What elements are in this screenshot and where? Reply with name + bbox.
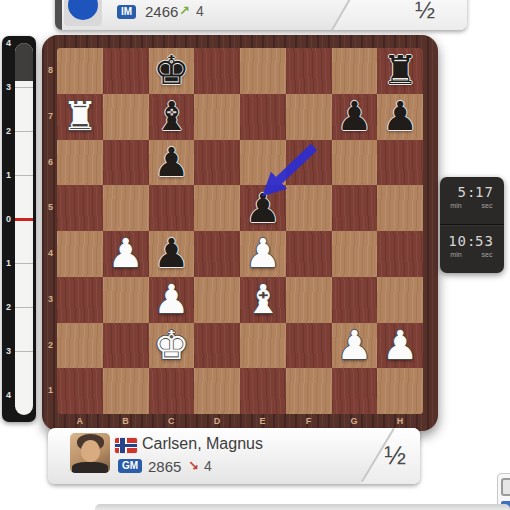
eval-label-5: 1 [3,258,14,268]
black-rook[interactable]: ♜ [382,48,418,93]
min-label: min [444,251,468,258]
square-e4[interactable]: ♟ [240,231,286,277]
norway-flag-icon [115,438,137,453]
square-a1[interactable] [57,368,103,414]
square-a2[interactable] [57,323,103,369]
white-pawn[interactable]: ♟ [382,323,418,368]
clock-top-seconds: 17 [473,184,501,200]
square-g7[interactable]: ♟ [332,94,378,140]
top-player-rating: 2466 [145,3,178,20]
square-b5[interactable] [103,185,149,231]
square-a5[interactable] [57,185,103,231]
square-g5[interactable] [332,185,378,231]
top-player-rating-change: 4 [196,3,204,19]
bottom-player-name: Carlsen, Magnus [142,435,263,453]
square-g6[interactable] [332,140,378,186]
square-b3[interactable] [103,277,149,323]
file-label-g: G [332,416,378,428]
square-a7[interactable]: ♜ [57,94,103,140]
square-h4[interactable] [377,231,423,277]
square-c3[interactable]: ♟ [149,277,195,323]
square-e6[interactable] [240,140,286,186]
file-label-e: E [240,416,286,428]
file-label-f: F [286,416,332,428]
white-bishop[interactable]: ♝ [245,277,281,322]
file-label-b: B [103,416,149,428]
black-pawn[interactable]: ♟ [153,231,189,276]
top-score-section [331,0,467,30]
top-player-card: IM 2466 ↗ 4 ½ [55,0,467,30]
eval-black-segment [15,43,33,81]
sec-label: sec [474,202,500,209]
square-a3[interactable] [57,277,103,323]
avatar-face [81,440,100,462]
square-g8[interactable] [332,48,378,94]
rating-down-icon: ↘ [188,458,199,473]
game-clock: 5 : 17 min sec 10 : 53 min sec [440,177,504,273]
chess-board: ♚♜♜♝♟♟♟♟♟♟♟♟♝♚♟♟ 87654321 ABCDEFGH [42,35,438,431]
square-c8[interactable]: ♚ [149,48,195,94]
black-bishop[interactable]: ♝ [153,94,189,139]
black-pawn[interactable]: ♟ [153,140,189,185]
rank-label-6: 6 [45,157,56,167]
next-card-edge [95,504,510,510]
eval-tick [15,263,33,264]
top-player-title-badge: IM [117,5,136,19]
eval-marker [15,218,33,221]
square-e1[interactable] [240,368,286,414]
square-d7[interactable] [194,94,240,140]
eval-label-3: 1 [3,170,14,180]
square-c2[interactable]: ♚ [149,323,195,369]
square-f7[interactable] [286,94,332,140]
square-a4[interactable] [57,231,103,277]
eval-label-4: 0 [3,214,14,224]
square-f3[interactable] [286,277,332,323]
eval-tick [15,351,33,352]
square-h6[interactable] [377,140,423,186]
square-b6[interactable] [103,140,149,186]
square-c4[interactable]: ♟ [149,231,195,277]
square-h8[interactable]: ♜ [377,48,423,94]
eval-tick [15,175,33,176]
square-f1[interactable] [286,368,332,414]
min-label: min [444,202,468,209]
black-pawn[interactable]: ♟ [382,94,418,139]
black-king[interactable]: ♚ [153,48,189,93]
square-e5[interactable]: ♟ [240,185,286,231]
eval-label-7: 3 [3,346,14,356]
square-b4[interactable]: ♟ [103,231,149,277]
clock-top: 5 : 17 min sec [440,177,504,225]
square-d2[interactable] [194,323,240,369]
toolbar-button[interactable] [501,478,510,496]
square-b1[interactable] [103,368,149,414]
rank-label-8: 8 [45,65,56,75]
square-e7[interactable] [240,94,286,140]
clock-bottom-seconds: 53 [473,233,501,249]
white-pawn[interactable]: ♟ [336,323,372,368]
square-d5[interactable] [194,185,240,231]
square-d6[interactable] [194,140,240,186]
board-squares: ♚♜♜♝♟♟♟♟♟♟♟♟♝♚♟♟ [57,48,423,414]
square-d8[interactable] [194,48,240,94]
black-player-strip [55,0,62,30]
square-d3[interactable] [194,277,240,323]
avatar-body [72,462,108,473]
square-f5[interactable] [286,185,332,231]
square-c7[interactable]: ♝ [149,94,195,140]
rank-label-1: 1 [45,385,56,395]
square-c1[interactable] [149,368,195,414]
eval-label-0: 4 [3,38,14,48]
square-d1[interactable] [194,368,240,414]
white-pawn[interactable]: ♟ [153,277,189,322]
broadcast-game-view: 432101234 ♚♜♜♝♟♟♟♟♟♟♟♟♝♚♟♟ 87654321 ABCD… [0,0,510,510]
eval-tick [15,131,33,132]
eval-tick [15,87,33,88]
square-g1[interactable] [332,368,378,414]
square-f6[interactable] [286,140,332,186]
white-king[interactable]: ♚ [153,323,189,368]
rating-up-icon: ↗ [179,3,190,18]
clock-bottom: 10 : 53 min sec [440,225,504,273]
rank-label-4: 4 [45,248,56,258]
eval-track [15,43,33,415]
file-label-a: A [57,416,103,428]
file-label-d: D [194,416,240,428]
square-g2[interactable]: ♟ [332,323,378,369]
square-g3[interactable] [332,277,378,323]
bottom-player-rating-change: 4 [204,458,212,474]
white-pawn[interactable]: ♟ [108,231,144,276]
square-b7[interactable] [103,94,149,140]
square-c5[interactable] [149,185,195,231]
eval-label-2: 2 [3,126,14,136]
square-a8[interactable] [57,48,103,94]
square-e3[interactable]: ♝ [240,277,286,323]
bottom-player-title-badge: GM [118,459,142,473]
square-h3[interactable] [377,277,423,323]
rank-label-5: 5 [45,202,56,212]
clock-bottom-minutes: 10 [443,233,467,249]
rank-label-7: 7 [45,111,56,121]
eval-label-1: 3 [3,82,14,92]
square-c6[interactable]: ♟ [149,140,195,186]
square-b8[interactable] [103,48,149,94]
square-f8[interactable] [286,48,332,94]
bottom-player-score: ½ [378,440,412,471]
eval-label-6: 2 [3,302,14,312]
bottom-player-rating: 2865 [148,458,181,475]
square-b2[interactable] [103,323,149,369]
evaluation-bar: 432101234 [2,36,36,422]
square-h5[interactable] [377,185,423,231]
top-player-avatar[interactable] [64,0,102,26]
bottom-player-avatar[interactable] [70,433,110,473]
top-player-score: ½ [410,0,440,24]
square-h7[interactable]: ♟ [377,94,423,140]
eval-label-8: 4 [3,390,14,400]
square-h2[interactable]: ♟ [377,323,423,369]
file-label-h: H [377,416,423,428]
file-label-c: C [149,416,195,428]
square-f2[interactable] [286,323,332,369]
black-pawn[interactable]: ♟ [336,94,372,139]
rank-label-2: 2 [45,340,56,350]
square-a6[interactable] [57,140,103,186]
square-f4[interactable] [286,231,332,277]
clock-top-minutes: 5 [443,184,467,200]
default-avatar-icon [68,0,98,20]
rank-label-3: 3 [45,294,56,304]
black-pawn[interactable]: ♟ [245,186,281,231]
white-rook[interactable]: ♜ [62,94,98,139]
square-e8[interactable] [240,48,286,94]
eval-tick [15,307,33,308]
bottom-player-card: Carlsen, Magnus GM 2865 ↘ 4 ½ [48,428,420,484]
sec-label: sec [474,251,500,258]
square-g4[interactable] [332,231,378,277]
square-e2[interactable] [240,323,286,369]
white-pawn[interactable]: ♟ [245,231,281,276]
square-d4[interactable] [194,231,240,277]
square-h1[interactable] [377,368,423,414]
